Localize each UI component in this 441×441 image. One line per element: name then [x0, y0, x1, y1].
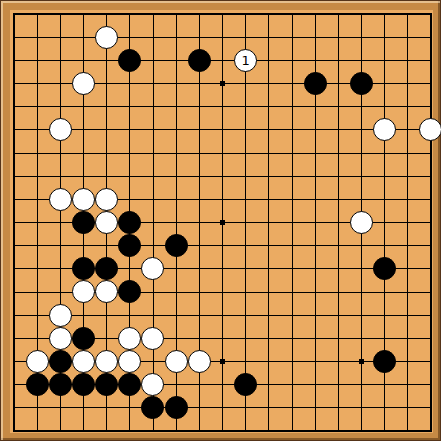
stone-white-G5: [141, 327, 164, 350]
move-number-label: 1: [241, 54, 249, 67]
stone-black-G2: [141, 396, 164, 419]
stone-black-F10: [118, 211, 141, 234]
stone-black-C3: [49, 373, 72, 396]
stone-white-C6: [49, 304, 72, 327]
stone-white-H4: [165, 350, 188, 373]
hoshi-point: [220, 81, 225, 86]
stone-white-D7: [72, 280, 95, 303]
stone-white-J4: [188, 350, 211, 373]
stone-black-F17: [118, 49, 141, 72]
stone-white-D16: [72, 72, 95, 95]
stone-black-H9: [165, 234, 188, 257]
stone-white-G3: [141, 373, 164, 396]
stone-black-E3: [95, 373, 118, 396]
stone-white-D11: [72, 188, 95, 211]
stone-black-L3: [234, 373, 257, 396]
stone-white-C5: [49, 327, 72, 350]
stone-black-Q16: [350, 72, 373, 95]
stone-white-G8: [141, 257, 164, 280]
stone-black-D10: [72, 211, 95, 234]
stone-white-L17: 1: [234, 49, 257, 72]
stone-black-J17: [188, 49, 211, 72]
stone-white-F4: [118, 350, 141, 373]
stone-white-C11: [49, 188, 72, 211]
stone-black-D5: [72, 327, 95, 350]
stone-white-T14: [419, 118, 441, 141]
stone-white-E7: [95, 280, 118, 303]
stone-white-F5: [118, 327, 141, 350]
hoshi-point: [220, 359, 225, 364]
stone-black-F9: [118, 234, 141, 257]
stone-black-R8: [373, 257, 396, 280]
stone-black-F3: [118, 373, 141, 396]
stone-white-Q10: [350, 211, 373, 234]
stone-black-F7: [118, 280, 141, 303]
hoshi-point: [220, 220, 225, 225]
stone-black-D3: [72, 373, 95, 396]
stone-white-E18: [95, 26, 118, 49]
stone-white-B4: [26, 350, 49, 373]
stone-white-E4: [95, 350, 118, 373]
go-board-frame: 1: [0, 0, 441, 441]
stone-black-E8: [95, 257, 118, 280]
stone-white-E10: [95, 211, 118, 234]
stone-white-R14: [373, 118, 396, 141]
stone-black-B3: [26, 373, 49, 396]
hoshi-point: [359, 359, 364, 364]
stone-black-O16: [304, 72, 327, 95]
stone-white-C14: [49, 118, 72, 141]
stone-white-E11: [95, 188, 118, 211]
stone-black-D8: [72, 257, 95, 280]
stone-white-D4: [72, 350, 95, 373]
stone-black-H2: [165, 396, 188, 419]
board-grid: 1: [2, 2, 441, 441]
stone-black-R4: [373, 350, 396, 373]
stone-black-C4: [49, 350, 72, 373]
